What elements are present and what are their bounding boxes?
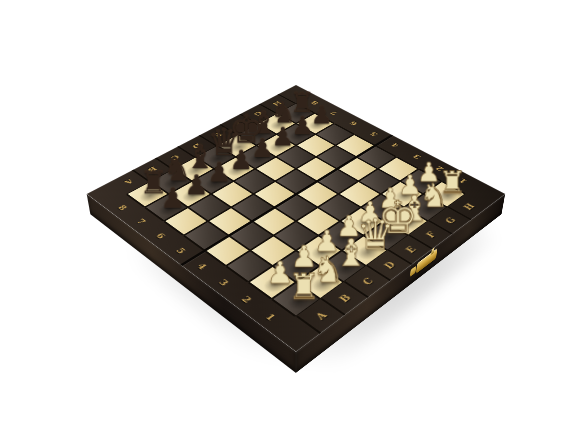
- piece-glyph: ♜: [287, 269, 322, 305]
- photo-canvas: ABCDEFGH ABCDEFGH 87654321 87654321 ♜♞♝♛…: [0, 0, 575, 431]
- chess-board: ABCDEFGH ABCDEFGH 87654321 87654321 ♜♞♝♛…: [87, 85, 506, 352]
- piece-glyph: ♟: [157, 184, 188, 212]
- board-top: ABCDEFGH ABCDEFGH 87654321 87654321 ♜♞♝♛…: [87, 85, 506, 352]
